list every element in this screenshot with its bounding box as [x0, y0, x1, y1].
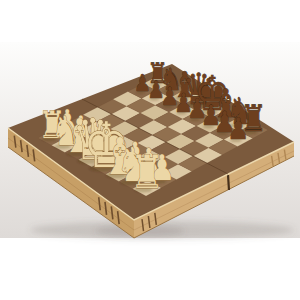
hinge-split-notch	[228, 175, 229, 190]
chess-set-product-photo: ♜♞♟♝♟♛♟♚♟♝♟♞♟♟♜♟♟♜♟♟♞♟♝♟♛♟♚♟♝♟♞♜	[0, 0, 300, 300]
piece-white-rook-h1[interactable]: ♜	[130, 146, 164, 200]
piece-black-pawn-h7[interactable]: ♟	[227, 112, 249, 146]
chess-board-scene: ♜♞♟♝♟♛♟♚♟♝♟♞♟♟♜♟♟♜♟♟♞♟♝♟♛♟♚♟♝♟♞♜	[0, 0, 300, 300]
